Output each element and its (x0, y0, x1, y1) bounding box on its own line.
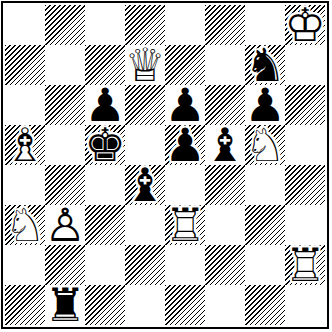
square-h4[interactable] (285, 165, 325, 205)
square-a7[interactable] (5, 45, 45, 85)
white-rook[interactable]: ♜♖ (165, 205, 205, 245)
square-c3[interactable] (85, 205, 125, 245)
square-h6[interactable] (285, 85, 325, 125)
square-a1[interactable] (5, 285, 45, 325)
square-g5[interactable]: ♞♘ (245, 125, 285, 165)
piece-glyph: ♕ (125, 45, 165, 85)
square-g3[interactable] (245, 205, 285, 245)
black-bishop[interactable]: ♝ (125, 165, 165, 205)
square-b1[interactable]: ♜ (45, 285, 85, 325)
square-h8[interactable]: ♚♔ (285, 5, 325, 45)
square-c1[interactable] (85, 285, 125, 325)
square-a5[interactable]: ♝♗ (5, 125, 45, 165)
piece-glyph: ♝ (205, 125, 245, 165)
black-pawn[interactable]: ♟ (165, 125, 205, 165)
piece-glyph: ♝ (125, 165, 165, 205)
square-e5[interactable]: ♟ (165, 125, 205, 165)
piece-glyph: ♖ (165, 205, 205, 245)
black-rook[interactable]: ♜ (45, 285, 85, 325)
square-d7[interactable]: ♛♕ (125, 45, 165, 85)
square-f1[interactable] (205, 285, 245, 325)
square-f5[interactable]: ♝ (205, 125, 245, 165)
piece-glyph: ♘ (5, 205, 45, 245)
square-e3[interactable]: ♜♖ (165, 205, 205, 245)
piece-glyph: ♔ (285, 5, 325, 45)
square-g2[interactable] (245, 245, 285, 285)
square-c8[interactable] (85, 5, 125, 45)
white-bishop[interactable]: ♝♗ (5, 125, 45, 165)
square-c4[interactable] (85, 165, 125, 205)
square-d6[interactable] (125, 85, 165, 125)
piece-glyph: ♙ (45, 205, 85, 245)
square-b3[interactable]: ♟♙ (45, 205, 85, 245)
square-a3[interactable]: ♞♘ (5, 205, 45, 245)
square-f3[interactable] (205, 205, 245, 245)
piece-glyph: ♚ (85, 125, 125, 165)
square-h7[interactable] (285, 45, 325, 85)
square-g4[interactable] (245, 165, 285, 205)
square-e1[interactable] (165, 285, 205, 325)
square-b6[interactable] (45, 85, 85, 125)
square-d2[interactable] (125, 245, 165, 285)
piece-glyph: ♜ (45, 285, 85, 325)
white-rook[interactable]: ♜♖ (285, 245, 325, 285)
square-a8[interactable] (5, 5, 45, 45)
square-f2[interactable] (205, 245, 245, 285)
square-f8[interactable] (205, 5, 245, 45)
square-c2[interactable] (85, 245, 125, 285)
white-king[interactable]: ♚♔ (285, 5, 325, 45)
black-king[interactable]: ♚ (85, 125, 125, 165)
square-f4[interactable] (205, 165, 245, 205)
square-f7[interactable] (205, 45, 245, 85)
board-frame: ♚♔♛♕♞♟♟♟♝♗♚♟♝♞♘♝♞♘♟♙♜♖♜♖♜ (1, 1, 329, 329)
black-bishop[interactable]: ♝ (205, 125, 245, 165)
square-e2[interactable] (165, 245, 205, 285)
white-pawn[interactable]: ♟♙ (45, 205, 85, 245)
square-d1[interactable] (125, 285, 165, 325)
piece-glyph: ♘ (245, 125, 285, 165)
chess-board: ♚♔♛♕♞♟♟♟♝♗♚♟♝♞♘♝♞♘♟♙♜♖♜♖♜ (5, 5, 325, 325)
square-a2[interactable] (5, 245, 45, 285)
square-d4[interactable]: ♝ (125, 165, 165, 205)
square-h1[interactable] (285, 285, 325, 325)
square-d3[interactable] (125, 205, 165, 245)
piece-glyph: ♗ (5, 125, 45, 165)
square-b5[interactable] (45, 125, 85, 165)
square-b7[interactable] (45, 45, 85, 85)
white-knight[interactable]: ♞♘ (5, 205, 45, 245)
white-knight[interactable]: ♞♘ (245, 125, 285, 165)
square-c5[interactable]: ♚ (85, 125, 125, 165)
square-g1[interactable] (245, 285, 285, 325)
square-h2[interactable]: ♜♖ (285, 245, 325, 285)
piece-glyph: ♟ (165, 125, 205, 165)
square-e8[interactable] (165, 5, 205, 45)
square-b8[interactable] (45, 5, 85, 45)
square-h5[interactable] (285, 125, 325, 165)
white-queen[interactable]: ♛♕ (125, 45, 165, 85)
piece-glyph: ♖ (285, 245, 325, 285)
